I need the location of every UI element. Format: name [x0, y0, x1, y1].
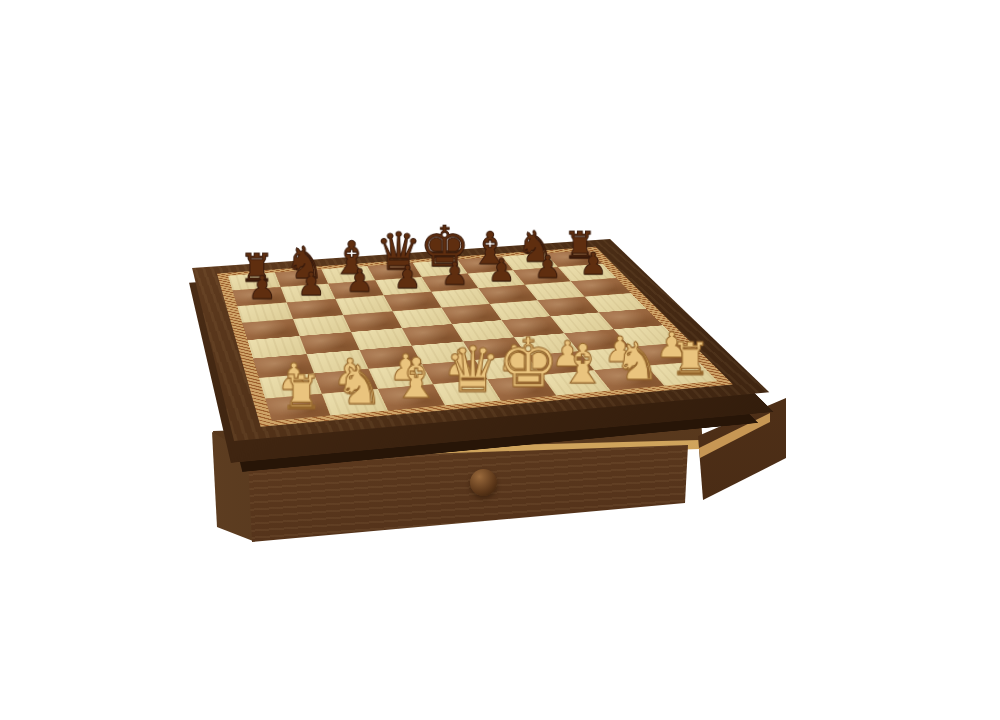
square-a1[interactable]: ♜: [265, 394, 330, 421]
piece-wR-a1[interactable]: ♜: [280, 370, 322, 417]
board-inlay-border: ♜♞♝♛♚♝♞♜♟♟♟♟♟♟♟♟♟♟♟♟♟♟♟♟♜♞♝♛♚♝♞♜: [217, 247, 733, 427]
product-photo-chess-set: ♜♞♝♛♚♝♞♜♟♟♟♟♟♟♟♟♟♟♟♟♟♟♟♟♜♞♝♛♚♝♞♜: [0, 0, 1000, 720]
piece-bP-f7[interactable]: ♟: [487, 255, 515, 286]
piece-wK-e1[interactable]: ♚: [497, 328, 558, 396]
square-a7[interactable]: ♟: [233, 287, 287, 306]
piece-bP-a7[interactable]: ♟: [247, 272, 276, 304]
piece-bP-e7[interactable]: ♟: [440, 258, 468, 289]
board-scene: ♜♞♝♛♚♝♞♜♟♟♟♟♟♟♟♟♟♟♟♟♟♟♟♟♜♞♝♛♚♝♞♜: [0, 0, 1000, 720]
piece-wQ-d1[interactable]: ♛: [444, 339, 500, 402]
square-b1[interactable]: ♞: [322, 389, 388, 416]
piece-wB-c1[interactable]: ♝: [391, 351, 441, 407]
square-b6[interactable]: [287, 299, 343, 319]
piece-wB-f1[interactable]: ♝: [558, 337, 607, 391]
piece-bP-d7[interactable]: ♟: [393, 261, 421, 292]
piece-wN-g1[interactable]: ♞: [613, 335, 659, 387]
square-d1[interactable]: ♛: [433, 380, 501, 406]
square-h4[interactable]: [599, 309, 663, 330]
piece-bP-c7[interactable]: ♟: [345, 265, 373, 297]
piece-bP-b7[interactable]: ♟: [297, 268, 325, 300]
piece-bP-h7[interactable]: ♟: [579, 248, 606, 279]
square-e6[interactable]: [431, 288, 489, 307]
chess-board: ♜♞♝♛♚♝♞♜♟♟♟♟♟♟♟♟♟♟♟♟♟♟♟♟♜♞♝♛♚♝♞♜: [192, 239, 769, 441]
piece-bP-g7[interactable]: ♟: [533, 251, 561, 282]
board-grid: ♜♞♝♛♚♝♞♜♟♟♟♟♟♟♟♟♟♟♟♟♟♟♟♟♜♞♝♛♚♝♞♜: [228, 250, 717, 420]
square-c1[interactable]: ♝: [378, 384, 445, 410]
square-a6[interactable]: [237, 303, 293, 323]
piece-wN-b1[interactable]: ♞: [335, 358, 383, 412]
piece-wR-h1[interactable]: ♜: [670, 337, 710, 382]
